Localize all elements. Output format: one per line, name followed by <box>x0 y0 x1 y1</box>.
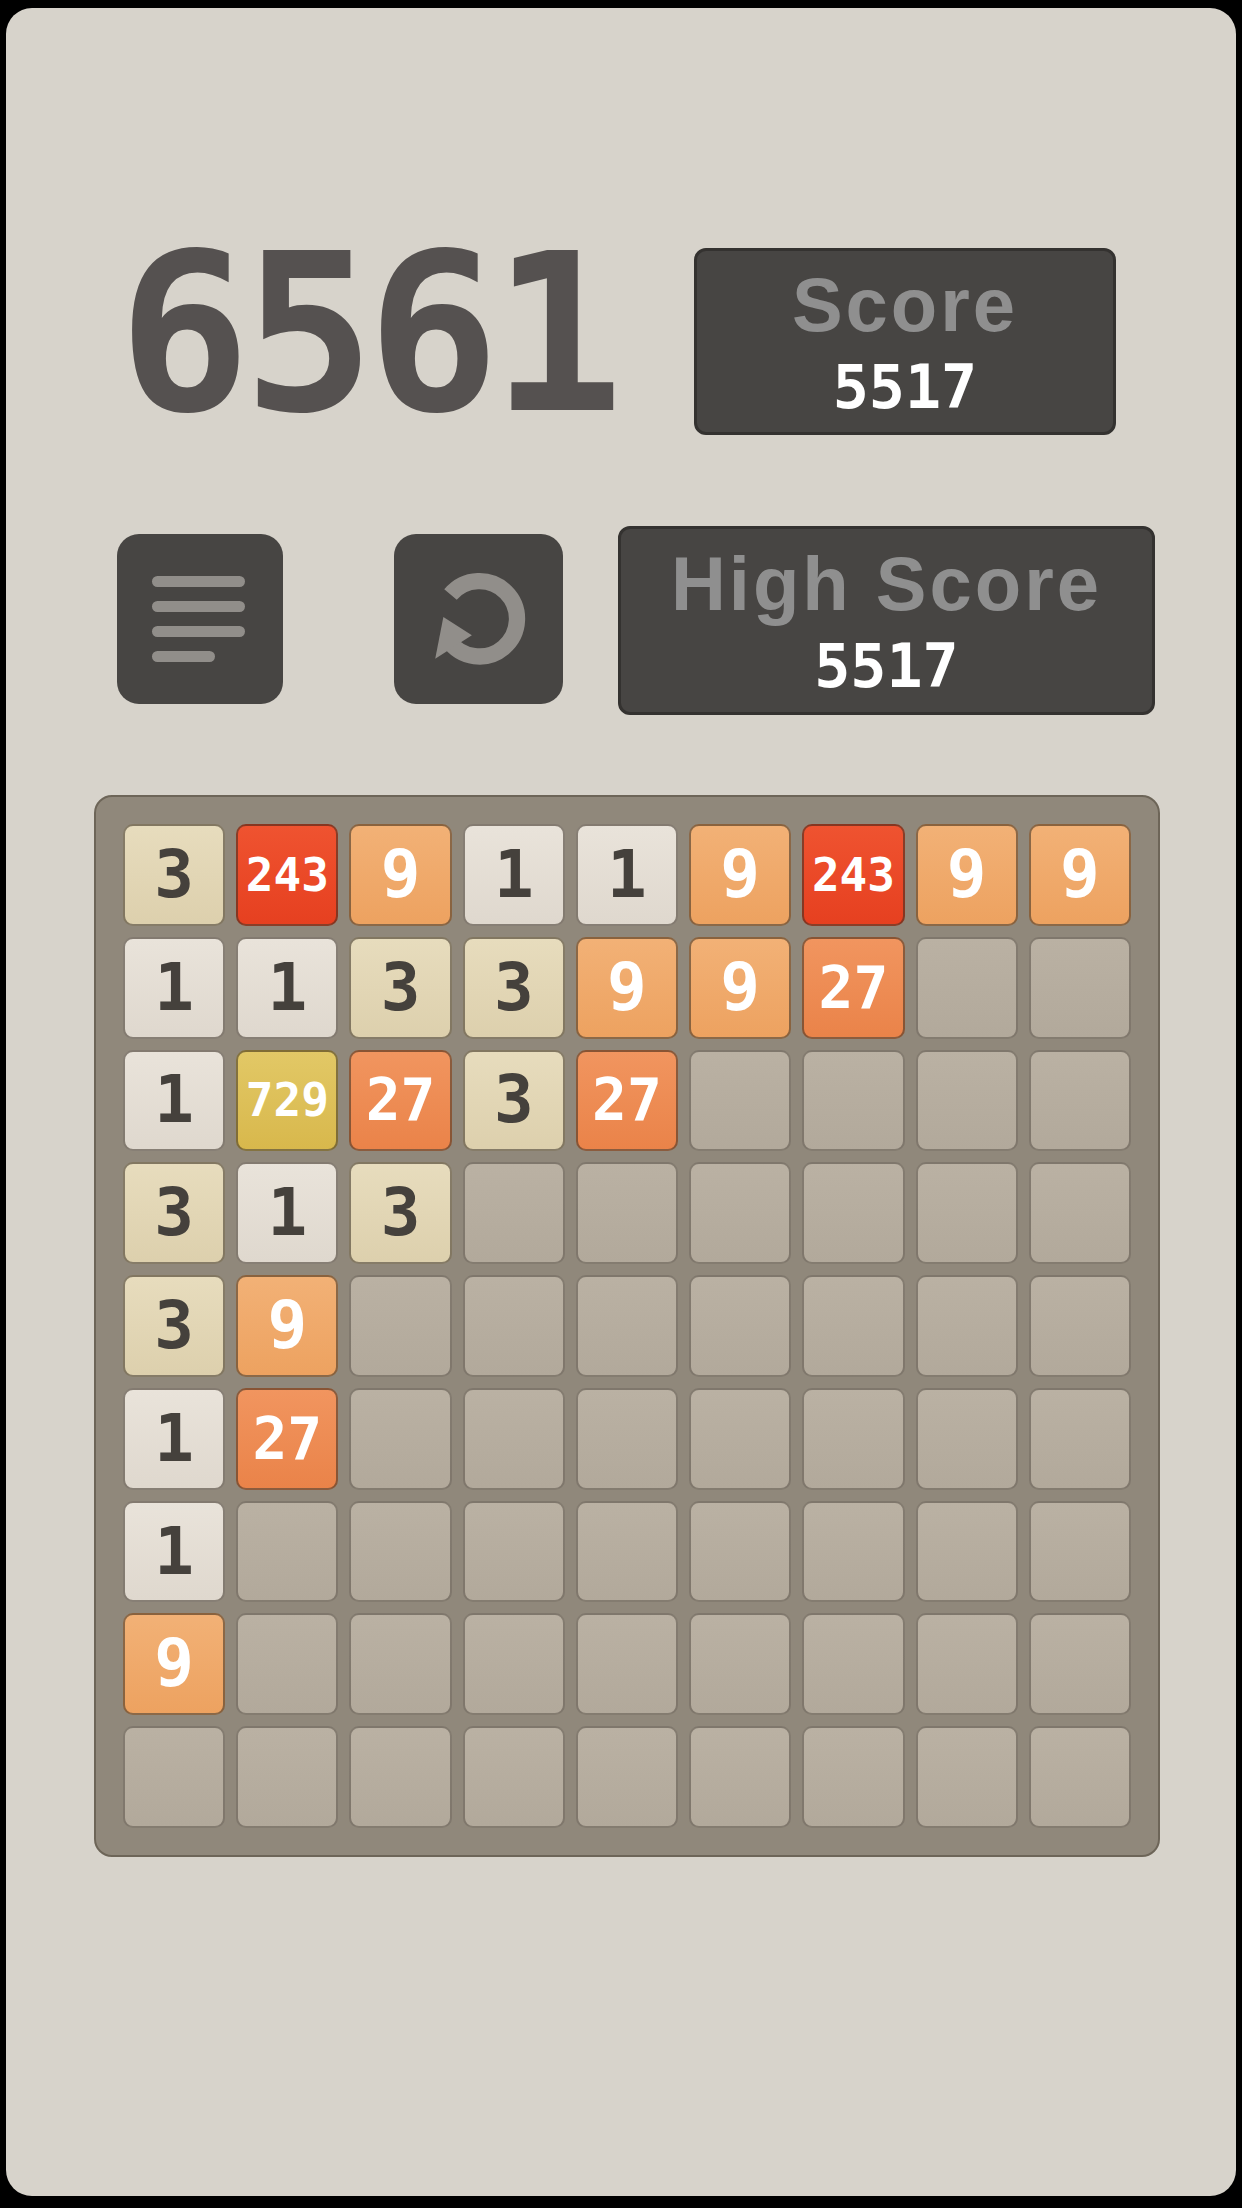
empty-cell <box>802 1162 904 1264</box>
empty-cell <box>689 1162 791 1264</box>
tile-3: 3 <box>123 824 225 926</box>
empty-cell <box>576 1501 678 1603</box>
empty-cell <box>916 1050 1018 1152</box>
empty-cell <box>689 1501 791 1603</box>
empty-cell <box>1029 1501 1131 1603</box>
tile-3: 3 <box>463 1050 565 1152</box>
high-score-value: 5517 <box>814 636 959 696</box>
empty-cell <box>463 1501 565 1603</box>
restart-button[interactable] <box>394 534 563 704</box>
empty-cell <box>463 1388 565 1490</box>
empty-cell <box>349 1726 451 1828</box>
board-grid: 3243911924399113399271729273273133912719 <box>123 824 1131 1828</box>
empty-cell <box>1029 937 1131 1039</box>
app-title: 6561 <box>118 224 616 444</box>
tile-1: 1 <box>236 937 338 1039</box>
device-frame: 6561 Score 5517 High Score 5517 32439119… <box>0 0 1242 2208</box>
empty-cell <box>349 1501 451 1603</box>
score-box: Score 5517 <box>694 248 1116 435</box>
tile-3: 3 <box>349 937 451 1039</box>
empty-cell <box>576 1275 678 1377</box>
empty-cell <box>236 1501 338 1603</box>
tile-1: 1 <box>123 1501 225 1603</box>
tile-243: 243 <box>802 824 904 926</box>
tile-9: 9 <box>689 824 791 926</box>
menu-button[interactable] <box>117 534 283 704</box>
tile-9: 9 <box>576 937 678 1039</box>
game-board[interactable]: 3243911924399113399271729273273133912719 <box>94 795 1160 1857</box>
empty-cell <box>689 1275 791 1377</box>
score-label: Score <box>792 267 1018 343</box>
tile-1: 1 <box>576 824 678 926</box>
tile-9: 9 <box>123 1613 225 1715</box>
tile-1: 1 <box>123 937 225 1039</box>
empty-cell <box>1029 1613 1131 1715</box>
empty-cell <box>916 1613 1018 1715</box>
empty-cell <box>802 1275 904 1377</box>
tile-9: 9 <box>689 937 791 1039</box>
empty-cell <box>916 1501 1018 1603</box>
empty-cell <box>802 1388 904 1490</box>
tile-1: 1 <box>236 1162 338 1264</box>
empty-cell <box>916 1162 1018 1264</box>
empty-cell <box>576 1162 678 1264</box>
score-value: 5517 <box>833 357 978 417</box>
tile-243: 243 <box>236 824 338 926</box>
empty-cell <box>689 1726 791 1828</box>
restart-icon <box>423 563 535 675</box>
empty-cell <box>236 1613 338 1715</box>
empty-cell <box>463 1726 565 1828</box>
empty-cell <box>1029 1275 1131 1377</box>
tile-9: 9 <box>349 824 451 926</box>
empty-cell <box>916 937 1018 1039</box>
tile-27: 27 <box>349 1050 451 1152</box>
tile-3: 3 <box>349 1162 451 1264</box>
tile-9: 9 <box>1029 824 1131 926</box>
empty-cell <box>1029 1726 1131 1828</box>
empty-cell <box>802 1613 904 1715</box>
tile-9: 9 <box>916 824 1018 926</box>
tile-729: 729 <box>236 1050 338 1152</box>
empty-cell <box>689 1050 791 1152</box>
empty-cell <box>463 1275 565 1377</box>
empty-cell <box>1029 1162 1131 1264</box>
empty-cell <box>349 1275 451 1377</box>
empty-cell <box>349 1388 451 1490</box>
tile-3: 3 <box>463 937 565 1039</box>
screen: { "game": "6561 (powers-of-3 2048-style … <box>0 0 1242 2208</box>
empty-cell <box>802 1501 904 1603</box>
empty-cell <box>576 1388 678 1490</box>
empty-cell <box>802 1726 904 1828</box>
tile-27: 27 <box>802 937 904 1039</box>
empty-cell <box>802 1050 904 1152</box>
empty-cell <box>349 1613 451 1715</box>
empty-cell <box>916 1726 1018 1828</box>
app-background: 6561 Score 5517 High Score 5517 32439119… <box>6 8 1236 2196</box>
empty-cell <box>1029 1388 1131 1490</box>
empty-cell <box>689 1388 791 1490</box>
tile-27: 27 <box>576 1050 678 1152</box>
tile-3: 3 <box>123 1275 225 1377</box>
tile-3: 3 <box>123 1162 225 1264</box>
tile-1: 1 <box>463 824 565 926</box>
empty-cell <box>123 1726 225 1828</box>
high-score-box: High Score 5517 <box>618 526 1155 715</box>
empty-cell <box>576 1726 678 1828</box>
empty-cell <box>1029 1050 1131 1152</box>
empty-cell <box>236 1726 338 1828</box>
empty-cell <box>916 1275 1018 1377</box>
tile-9: 9 <box>236 1275 338 1377</box>
tile-1: 1 <box>123 1388 225 1490</box>
empty-cell <box>916 1388 1018 1490</box>
empty-cell <box>463 1162 565 1264</box>
hamburger-icon <box>152 576 246 662</box>
empty-cell <box>463 1613 565 1715</box>
empty-cell <box>689 1613 791 1715</box>
empty-cell <box>576 1613 678 1715</box>
tile-27: 27 <box>236 1388 338 1490</box>
high-score-label: High Score <box>671 546 1102 622</box>
tile-1: 1 <box>123 1050 225 1152</box>
